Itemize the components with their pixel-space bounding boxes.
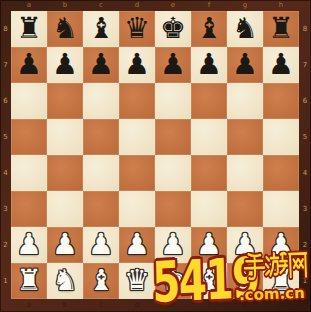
file-label: c xyxy=(83,299,119,312)
piece-black-rook-h8[interactable]: ♜ xyxy=(268,14,294,43)
piece-black-pawn-h7[interactable]: ♟ xyxy=(268,50,294,79)
piece-black-pawn-b7[interactable]: ♟ xyxy=(52,50,78,79)
chessboard-frame: abcdefgh abcdefgh 87654321 87654321 ♜♞♝♛… xyxy=(0,0,311,312)
square-h3[interactable] xyxy=(263,191,299,227)
piece-black-king-e8[interactable]: ♚ xyxy=(160,14,186,43)
square-d3[interactable] xyxy=(119,191,155,227)
piece-black-knight-g8[interactable]: ♞ xyxy=(232,14,258,43)
rank-label: 8 xyxy=(299,11,311,47)
square-d6[interactable] xyxy=(119,83,155,119)
square-a5[interactable] xyxy=(11,119,47,155)
watermark-site-name-glyphs xyxy=(242,250,309,282)
square-f3[interactable] xyxy=(191,191,227,227)
square-d8[interactable]: ♛ xyxy=(119,11,155,47)
square-c8[interactable]: ♝ xyxy=(83,11,119,47)
square-b4[interactable] xyxy=(47,155,83,191)
square-b5[interactable] xyxy=(47,119,83,155)
square-e3[interactable] xyxy=(155,191,191,227)
square-c5[interactable] xyxy=(83,119,119,155)
square-a3[interactable] xyxy=(11,191,47,227)
rank-label: 3 xyxy=(299,191,311,227)
square-f6[interactable] xyxy=(191,83,227,119)
rank-label: 7 xyxy=(299,47,311,83)
square-c2[interactable]: ♟ xyxy=(83,227,119,263)
square-c3[interactable] xyxy=(83,191,119,227)
square-d2[interactable]: ♟ xyxy=(119,227,155,263)
square-h5[interactable] xyxy=(263,119,299,155)
square-b2[interactable]: ♟ xyxy=(47,227,83,263)
piece-white-pawn-d2[interactable]: ♟ xyxy=(124,230,150,259)
piece-black-bishop-f8[interactable]: ♝ xyxy=(196,14,222,43)
file-label: g xyxy=(227,0,263,11)
square-a8[interactable]: ♜ xyxy=(11,11,47,47)
square-h8[interactable]: ♜ xyxy=(263,11,299,47)
watermark: 5419 .com.cn xyxy=(151,243,311,312)
piece-white-pawn-c2[interactable]: ♟ xyxy=(88,230,114,259)
square-c1[interactable]: ♝ xyxy=(83,263,119,299)
file-label: e xyxy=(155,0,191,11)
square-b7[interactable]: ♟ xyxy=(47,47,83,83)
piece-black-pawn-a7[interactable]: ♟ xyxy=(16,50,42,79)
square-c7[interactable]: ♟ xyxy=(83,47,119,83)
square-g7[interactable]: ♟ xyxy=(227,47,263,83)
square-c4[interactable] xyxy=(83,155,119,191)
rank-label: 7 xyxy=(0,47,11,83)
square-b8[interactable]: ♞ xyxy=(47,11,83,47)
rank-label: 5 xyxy=(299,119,311,155)
file-label: d xyxy=(119,0,155,11)
rank-label: 3 xyxy=(0,191,11,227)
piece-black-pawn-c7[interactable]: ♟ xyxy=(88,50,114,79)
square-f5[interactable] xyxy=(191,119,227,155)
piece-black-pawn-g7[interactable]: ♟ xyxy=(232,50,258,79)
piece-black-bishop-c8[interactable]: ♝ xyxy=(88,14,114,43)
square-g6[interactable] xyxy=(227,83,263,119)
square-a1[interactable]: ♜ xyxy=(11,263,47,299)
file-label: h xyxy=(263,0,299,11)
square-b3[interactable] xyxy=(47,191,83,227)
rank-label: 4 xyxy=(0,155,11,191)
square-a7[interactable]: ♟ xyxy=(11,47,47,83)
square-g3[interactable] xyxy=(227,191,263,227)
square-a6[interactable] xyxy=(11,83,47,119)
file-label: c xyxy=(83,0,119,11)
file-label: b xyxy=(47,0,83,11)
piece-white-pawn-b2[interactable]: ♟ xyxy=(52,230,78,259)
top-file-labels: abcdefgh xyxy=(11,0,299,11)
file-label: a xyxy=(11,0,47,11)
piece-white-pawn-a2[interactable]: ♟ xyxy=(16,230,42,259)
piece-black-queen-d8[interactable]: ♛ xyxy=(124,14,150,43)
square-h7[interactable]: ♟ xyxy=(263,47,299,83)
square-g5[interactable] xyxy=(227,119,263,155)
piece-white-queen-d1[interactable]: ♛ xyxy=(124,266,150,295)
file-label: d xyxy=(119,299,155,312)
square-d1[interactable]: ♛ xyxy=(119,263,155,299)
square-e7[interactable]: ♟ xyxy=(155,47,191,83)
rank-label: 6 xyxy=(299,83,311,119)
rank-label: 6 xyxy=(0,83,11,119)
piece-black-knight-b8[interactable]: ♞ xyxy=(52,14,78,43)
file-label: b xyxy=(47,299,83,312)
piece-white-rook-a1[interactable]: ♜ xyxy=(16,266,42,295)
square-g4[interactable] xyxy=(227,155,263,191)
rank-label: 1 xyxy=(0,263,11,299)
piece-black-pawn-d7[interactable]: ♟ xyxy=(124,50,150,79)
square-d4[interactable] xyxy=(119,155,155,191)
piece-black-rook-a8[interactable]: ♜ xyxy=(16,14,42,43)
square-e8[interactable]: ♚ xyxy=(155,11,191,47)
rank-label: 4 xyxy=(299,155,311,191)
square-f8[interactable]: ♝ xyxy=(191,11,227,47)
square-e4[interactable] xyxy=(155,155,191,191)
square-b1[interactable]: ♞ xyxy=(47,263,83,299)
square-f7[interactable]: ♟ xyxy=(191,47,227,83)
left-rank-labels: 87654321 xyxy=(0,11,11,299)
square-b6[interactable] xyxy=(47,83,83,119)
rank-label: 2 xyxy=(0,227,11,263)
square-d5[interactable] xyxy=(119,119,155,155)
file-label: f xyxy=(191,0,227,11)
square-g8[interactable]: ♞ xyxy=(227,11,263,47)
watermark-domain: .com.cn xyxy=(239,286,305,303)
square-d7[interactable]: ♟ xyxy=(119,47,155,83)
square-h6[interactable] xyxy=(263,83,299,119)
piece-white-knight-b1[interactable]: ♞ xyxy=(52,266,78,295)
square-e5[interactable] xyxy=(155,119,191,155)
rank-label: 8 xyxy=(0,11,11,47)
file-label: a xyxy=(11,299,47,312)
square-f4[interactable] xyxy=(191,155,227,191)
square-a2[interactable]: ♟ xyxy=(11,227,47,263)
piece-white-bishop-c1[interactable]: ♝ xyxy=(88,266,114,295)
piece-black-pawn-e7[interactable]: ♟ xyxy=(160,50,186,79)
square-a4[interactable] xyxy=(11,155,47,191)
square-c6[interactable] xyxy=(83,83,119,119)
piece-black-pawn-f7[interactable]: ♟ xyxy=(196,50,222,79)
square-h4[interactable] xyxy=(263,155,299,191)
rank-label: 5 xyxy=(0,119,11,155)
square-e6[interactable] xyxy=(155,83,191,119)
